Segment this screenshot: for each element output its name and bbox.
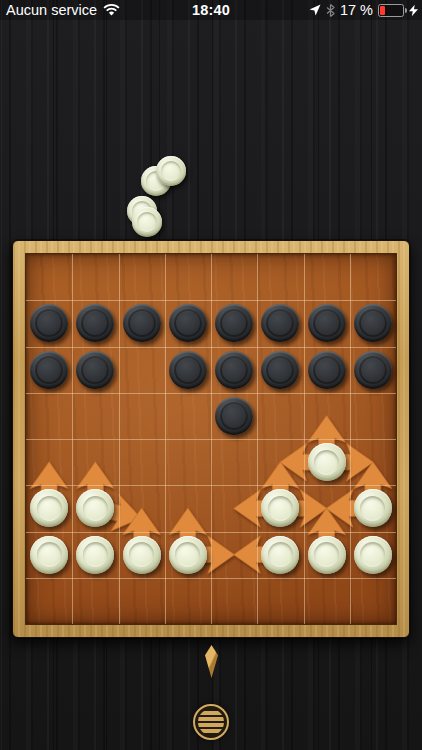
clock: 18:40 xyxy=(0,2,422,18)
grid-line xyxy=(26,532,396,533)
light-piece[interactable] xyxy=(354,536,392,574)
dark-piece[interactable] xyxy=(215,397,253,435)
app-screen: Aucun service 18:40 17 % xyxy=(0,0,422,750)
dark-piece[interactable] xyxy=(354,304,392,342)
status-bar: Aucun service 18:40 17 % xyxy=(0,0,422,20)
light-piece[interactable] xyxy=(261,536,299,574)
dark-piece[interactable] xyxy=(215,351,253,389)
light-piece[interactable] xyxy=(30,489,68,527)
grid-line xyxy=(257,254,258,624)
piece-emblem-badge xyxy=(226,408,242,424)
hamburger-menu-icon xyxy=(198,709,224,735)
captured-light-piece xyxy=(132,207,162,237)
board-grid[interactable] xyxy=(25,253,397,625)
battery-level xyxy=(380,6,385,15)
dark-piece[interactable] xyxy=(261,304,299,342)
light-piece[interactable] xyxy=(169,536,207,574)
light-piece[interactable] xyxy=(76,536,114,574)
dark-piece[interactable] xyxy=(354,351,392,389)
grid-line xyxy=(304,254,305,624)
dark-piece[interactable] xyxy=(76,351,114,389)
dark-piece[interactable] xyxy=(261,351,299,389)
grid-line xyxy=(350,254,351,624)
dark-piece[interactable] xyxy=(30,351,68,389)
battery-icon xyxy=(378,4,404,17)
dark-piece[interactable] xyxy=(308,351,346,389)
light-piece[interactable] xyxy=(308,536,346,574)
light-piece[interactable] xyxy=(308,443,346,481)
dark-piece[interactable] xyxy=(169,304,207,342)
dark-piece[interactable] xyxy=(123,304,161,342)
dark-piece[interactable] xyxy=(308,304,346,342)
light-piece[interactable] xyxy=(30,536,68,574)
dark-piece[interactable] xyxy=(215,304,253,342)
grid-line xyxy=(26,485,396,486)
dark-piece[interactable] xyxy=(76,304,114,342)
grid-line xyxy=(26,578,396,579)
dark-piece[interactable] xyxy=(30,304,68,342)
dark-piece[interactable] xyxy=(169,351,207,389)
menu-button[interactable] xyxy=(193,704,229,740)
grid-line xyxy=(26,439,396,440)
board-frame xyxy=(12,240,410,638)
diamond-pointer-icon xyxy=(205,645,218,678)
light-piece[interactable] xyxy=(123,536,161,574)
captured-light-piece xyxy=(156,156,186,186)
light-piece[interactable] xyxy=(76,489,114,527)
light-piece[interactable] xyxy=(261,489,299,527)
light-piece[interactable] xyxy=(354,489,392,527)
